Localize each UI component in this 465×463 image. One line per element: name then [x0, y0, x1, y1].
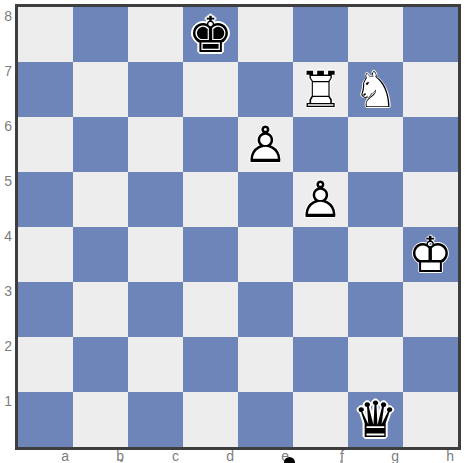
square-f5[interactable]: ♟♙: [293, 172, 348, 227]
piece-silhouette: ♚: [183, 7, 238, 62]
board-frame: ♚♚♜♖♞♘♟♙♟♙♚♔♛♛: [15, 4, 461, 450]
square-a2[interactable]: [18, 337, 73, 392]
square-d3[interactable]: [183, 282, 238, 337]
square-a8[interactable]: [18, 7, 73, 62]
piece-silhouette: ♚: [403, 227, 458, 282]
square-g7[interactable]: ♞♘: [348, 62, 403, 117]
square-f2[interactable]: [293, 337, 348, 392]
file-label-d: d: [183, 449, 238, 463]
rank-label-5: 5: [0, 172, 13, 227]
square-c2[interactable]: [128, 337, 183, 392]
knight-icon: ♘: [348, 62, 403, 117]
piece-white-knight-g7[interactable]: ♞♘: [348, 62, 403, 117]
square-e7[interactable]: [238, 62, 293, 117]
square-e4[interactable]: [238, 227, 293, 282]
queen-icon: ♛: [348, 392, 403, 447]
file-labels: abcdefgh: [18, 449, 458, 463]
pawn-icon: ♙: [293, 172, 348, 227]
square-h2[interactable]: [403, 337, 458, 392]
rank-label-8: 8: [0, 7, 13, 62]
square-c1[interactable]: [128, 392, 183, 447]
piece-white-pawn-f5[interactable]: ♟♙: [293, 172, 348, 227]
square-c8[interactable]: [128, 7, 183, 62]
rank-label-6: 6: [0, 117, 13, 172]
square-h4[interactable]: ♚♔: [403, 227, 458, 282]
piece-white-king-h4[interactable]: ♚♔: [403, 227, 458, 282]
rank-label-2: 2: [0, 337, 13, 392]
file-label-g: g: [348, 449, 403, 463]
square-g4[interactable]: [348, 227, 403, 282]
piece-black-king-d8[interactable]: ♚♚: [183, 7, 238, 62]
square-f1[interactable]: [293, 392, 348, 447]
square-a6[interactable]: [18, 117, 73, 172]
square-h7[interactable]: [403, 62, 458, 117]
square-g3[interactable]: [348, 282, 403, 337]
king-icon: ♔: [403, 227, 458, 282]
rank-label-3: 3: [0, 282, 13, 337]
square-c3[interactable]: [128, 282, 183, 337]
piece-black-queen-g1[interactable]: ♛♛: [348, 392, 403, 447]
piece-white-pawn-e6[interactable]: ♟♙: [238, 117, 293, 172]
square-d2[interactable]: [183, 337, 238, 392]
square-f7[interactable]: ♜♖: [293, 62, 348, 117]
square-b6[interactable]: [73, 117, 128, 172]
square-b8[interactable]: [73, 7, 128, 62]
square-h8[interactable]: [403, 7, 458, 62]
square-h5[interactable]: [403, 172, 458, 227]
square-a5[interactable]: [18, 172, 73, 227]
square-f4[interactable]: [293, 227, 348, 282]
square-a1[interactable]: [18, 392, 73, 447]
square-e5[interactable]: [238, 172, 293, 227]
cropped-glyph-artifact: [284, 457, 295, 463]
square-e3[interactable]: [238, 282, 293, 337]
rank-label-7: 7: [0, 62, 13, 117]
square-g2[interactable]: [348, 337, 403, 392]
piece-silhouette: ♜: [293, 62, 348, 117]
square-e2[interactable]: [238, 337, 293, 392]
rook-icon: ♖: [293, 62, 348, 117]
piece-silhouette: ♞: [348, 62, 403, 117]
square-c6[interactable]: [128, 117, 183, 172]
square-b1[interactable]: [73, 392, 128, 447]
square-d5[interactable]: [183, 172, 238, 227]
pawn-icon: ♙: [238, 117, 293, 172]
rank-label-4: 4: [0, 227, 13, 282]
square-g6[interactable]: [348, 117, 403, 172]
square-g5[interactable]: [348, 172, 403, 227]
square-c4[interactable]: [128, 227, 183, 282]
square-f6[interactable]: [293, 117, 348, 172]
square-a4[interactable]: [18, 227, 73, 282]
square-d7[interactable]: [183, 62, 238, 117]
square-g1[interactable]: ♛♛: [348, 392, 403, 447]
square-f8[interactable]: [293, 7, 348, 62]
square-b7[interactable]: [73, 62, 128, 117]
square-e1[interactable]: [238, 392, 293, 447]
file-label-a: a: [18, 449, 73, 463]
square-a7[interactable]: [18, 62, 73, 117]
square-h1[interactable]: [403, 392, 458, 447]
square-c5[interactable]: [128, 172, 183, 227]
square-d8[interactable]: ♚♚: [183, 7, 238, 62]
rank-labels: 87654321: [0, 7, 13, 447]
square-d1[interactable]: [183, 392, 238, 447]
square-d6[interactable]: [183, 117, 238, 172]
square-f3[interactable]: [293, 282, 348, 337]
square-b5[interactable]: [73, 172, 128, 227]
piece-silhouette: ♛: [348, 392, 403, 447]
chess-board: ♚♚♜♖♞♘♟♙♟♙♚♔♛♛: [18, 7, 458, 447]
piece-white-rook-f7[interactable]: ♜♖: [293, 62, 348, 117]
square-e8[interactable]: [238, 7, 293, 62]
square-c7[interactable]: [128, 62, 183, 117]
square-b2[interactable]: [73, 337, 128, 392]
file-label-h: h: [403, 449, 458, 463]
chess-diagram: 87654321 ♚♚♜♖♞♘♟♙♟♙♚♔♛♛ abcdefgh: [0, 0, 465, 463]
square-g8[interactable]: [348, 7, 403, 62]
piece-silhouette: ♟: [238, 117, 293, 172]
square-a3[interactable]: [18, 282, 73, 337]
square-h3[interactable]: [403, 282, 458, 337]
square-h6[interactable]: [403, 117, 458, 172]
square-e6[interactable]: ♟♙: [238, 117, 293, 172]
square-b3[interactable]: [73, 282, 128, 337]
square-b4[interactable]: [73, 227, 128, 282]
cropped-glyph-artifact: [120, 459, 123, 462]
piece-silhouette: ♟: [293, 172, 348, 227]
king-icon: ♚: [183, 7, 238, 62]
square-d4[interactable]: [183, 227, 238, 282]
file-label-c: c: [128, 449, 183, 463]
rank-label-1: 1: [0, 392, 13, 447]
